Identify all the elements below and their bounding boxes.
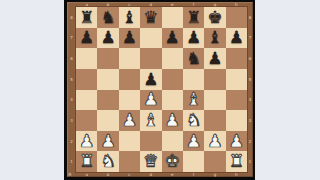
square-c6[interactable] xyxy=(119,48,140,69)
piece-black-rook-f8[interactable]: ♜ xyxy=(186,8,201,25)
square-c8[interactable]: ♝ xyxy=(119,7,140,28)
square-c2[interactable] xyxy=(119,131,140,152)
file-label-f: f xyxy=(183,172,204,177)
file-label-g: g xyxy=(204,172,225,177)
piece-white-knight-f3[interactable]: ♞ xyxy=(186,111,201,128)
rank-label-4: 4 xyxy=(247,90,253,111)
square-g1[interactable] xyxy=(204,151,225,172)
square-c3[interactable]: ♟ xyxy=(119,110,140,131)
rank-label-8: 8 xyxy=(247,7,253,28)
piece-black-pawn-d5[interactable]: ♟ xyxy=(143,70,158,87)
square-e1[interactable]: ♚ xyxy=(162,151,183,172)
rank-label-1: 1 xyxy=(247,151,253,172)
square-e2[interactable] xyxy=(162,131,183,152)
square-c7[interactable]: ♟ xyxy=(119,28,140,49)
rank-label-2: 2 xyxy=(67,131,76,152)
piece-white-pawn-c3[interactable]: ♟ xyxy=(122,111,137,128)
square-f7[interactable]: ♟ xyxy=(183,28,204,49)
square-b8[interactable]: ♞ xyxy=(97,7,118,28)
square-a8[interactable]: ♜ xyxy=(76,7,97,28)
square-a6[interactable] xyxy=(76,48,97,69)
square-d8[interactable]: ♛ xyxy=(140,7,161,28)
piece-black-pawn-c7[interactable]: ♟ xyxy=(122,29,137,46)
square-g7[interactable]: ♝ xyxy=(204,28,225,49)
square-b1[interactable]: ♞ xyxy=(97,151,118,172)
square-g6[interactable]: ♟ xyxy=(204,48,225,69)
file-label-c: c xyxy=(119,172,140,177)
square-h2[interactable]: ♟ xyxy=(226,131,247,152)
square-f3[interactable]: ♞ xyxy=(183,110,204,131)
square-g8[interactable]: ♚ xyxy=(204,7,225,28)
piece-white-queen-d1[interactable]: ♛ xyxy=(143,153,158,170)
piece-black-queen-d8[interactable]: ♛ xyxy=(143,8,158,25)
square-h1[interactable]: ♜ xyxy=(226,151,247,172)
piece-white-bishop-d3[interactable]: ♝ xyxy=(143,111,158,128)
piece-white-rook-h1[interactable]: ♜ xyxy=(229,153,244,170)
square-d2[interactable] xyxy=(140,131,161,152)
square-d3[interactable]: ♝ xyxy=(140,110,161,131)
square-e3[interactable]: ♟ xyxy=(162,110,183,131)
rank-label-2: 2 xyxy=(247,131,253,152)
rank-label-7: 7 xyxy=(247,28,253,49)
square-h6[interactable] xyxy=(226,48,247,69)
square-a1[interactable]: ♜ xyxy=(76,151,97,172)
piece-black-pawn-b7[interactable]: ♟ xyxy=(100,29,115,46)
square-a4[interactable] xyxy=(76,90,97,111)
square-a5[interactable] xyxy=(76,69,97,90)
piece-white-pawn-h2[interactable]: ♟ xyxy=(229,132,244,149)
square-e4[interactable] xyxy=(162,90,183,111)
piece-black-pawn-e7[interactable]: ♟ xyxy=(165,29,180,46)
square-g2[interactable]: ♟ xyxy=(204,131,225,152)
square-c1[interactable] xyxy=(119,151,140,172)
square-h3[interactable] xyxy=(226,110,247,131)
piece-black-pawn-g6[interactable]: ♟ xyxy=(207,50,222,67)
square-h8[interactable] xyxy=(226,7,247,28)
chess-board: abcdefgh abcdefgh 87654321 87654321 ♜♞♝♛… xyxy=(64,0,255,180)
rank-label-8: 8 xyxy=(67,7,76,28)
piece-white-pawn-f2[interactable]: ♟ xyxy=(186,132,201,149)
piece-white-pawn-g2[interactable]: ♟ xyxy=(207,132,222,149)
square-e7[interactable]: ♟ xyxy=(162,28,183,49)
piece-black-pawn-f7[interactable]: ♟ xyxy=(186,29,201,46)
file-label-b: b xyxy=(97,172,118,177)
board-frame: abcdefgh abcdefgh 87654321 87654321 ♜♞♝♛… xyxy=(67,2,253,177)
rank-label-5: 5 xyxy=(247,69,253,90)
rank-label-6: 6 xyxy=(67,48,76,69)
piece-black-bishop-g7[interactable]: ♝ xyxy=(207,29,222,46)
square-b3[interactable] xyxy=(97,110,118,131)
rank-label-5: 5 xyxy=(67,69,76,90)
rank-label-6: 6 xyxy=(247,48,253,69)
rank-label-1: 1 xyxy=(67,151,76,172)
file-label-e: e xyxy=(162,172,183,177)
board-squares: ♜♞♝♛♜♚♟♟♟♟♟♝♟♞♟♟♟♝♟♝♟♞♟♟♟♟♟♜♞♛♚♜ xyxy=(76,7,247,172)
square-g4[interactable] xyxy=(204,90,225,111)
file-label-d: d xyxy=(140,172,161,177)
square-f8[interactable]: ♜ xyxy=(183,7,204,28)
square-a2[interactable]: ♟ xyxy=(76,131,97,152)
rank-label-3: 3 xyxy=(247,110,253,131)
piece-white-knight-b1[interactable]: ♞ xyxy=(100,153,115,170)
square-b2[interactable]: ♟ xyxy=(97,131,118,152)
square-d5[interactable]: ♟ xyxy=(140,69,161,90)
square-b4[interactable] xyxy=(97,90,118,111)
rank-label-4: 4 xyxy=(67,90,76,111)
piece-black-rook-a8[interactable]: ♜ xyxy=(79,8,94,25)
square-h4[interactable] xyxy=(226,90,247,111)
piece-white-rook-a1[interactable]: ♜ xyxy=(79,153,94,170)
square-h5[interactable] xyxy=(226,69,247,90)
square-d1[interactable]: ♛ xyxy=(140,151,161,172)
gear-icon: ⚙ xyxy=(68,173,72,177)
square-d6[interactable] xyxy=(140,48,161,69)
square-d4[interactable]: ♟ xyxy=(140,90,161,111)
piece-black-knight-f6[interactable]: ♞ xyxy=(186,50,201,67)
rank-labels-right: 87654321 xyxy=(247,7,253,172)
file-labels-bottom: abcdefgh xyxy=(76,172,247,177)
square-c4[interactable] xyxy=(119,90,140,111)
square-e6[interactable] xyxy=(162,48,183,69)
square-a7[interactable]: ♟ xyxy=(76,28,97,49)
square-h7[interactable]: ♟ xyxy=(226,28,247,49)
piece-black-bishop-c8[interactable]: ♝ xyxy=(122,8,137,25)
square-f2[interactable]: ♟ xyxy=(183,131,204,152)
square-b7[interactable]: ♟ xyxy=(97,28,118,49)
square-a3[interactable] xyxy=(76,110,97,131)
square-f5[interactable] xyxy=(183,69,204,90)
file-label-a: a xyxy=(76,172,97,177)
piece-white-bishop-f4[interactable]: ♝ xyxy=(186,91,201,108)
square-b5[interactable] xyxy=(97,69,118,90)
piece-white-pawn-b2[interactable]: ♟ xyxy=(100,132,115,149)
file-label-h: h xyxy=(226,172,247,177)
piece-black-knight-b8[interactable]: ♞ xyxy=(100,8,115,25)
square-f4[interactable]: ♝ xyxy=(183,90,204,111)
rank-label-7: 7 xyxy=(67,28,76,49)
square-c5[interactable] xyxy=(119,69,140,90)
piece-black-king-g8[interactable]: ♚ xyxy=(207,8,222,25)
square-f1[interactable] xyxy=(183,151,204,172)
piece-white-pawn-a2[interactable]: ♟ xyxy=(79,132,94,149)
rank-labels-left: 87654321 xyxy=(67,7,76,172)
piece-white-pawn-d4[interactable]: ♟ xyxy=(143,91,158,108)
square-e8[interactable] xyxy=(162,7,183,28)
square-d7[interactable] xyxy=(140,28,161,49)
piece-white-pawn-e3[interactable]: ♟ xyxy=(165,111,180,128)
square-g5[interactable] xyxy=(204,69,225,90)
square-e5[interactable] xyxy=(162,69,183,90)
piece-black-pawn-a7[interactable]: ♟ xyxy=(79,29,94,46)
rank-label-3: 3 xyxy=(67,110,76,131)
square-f6[interactable]: ♞ xyxy=(183,48,204,69)
piece-black-pawn-h7[interactable]: ♟ xyxy=(229,29,244,46)
piece-white-king-e1[interactable]: ♚ xyxy=(165,153,180,170)
square-b6[interactable] xyxy=(97,48,118,69)
square-g3[interactable] xyxy=(204,110,225,131)
